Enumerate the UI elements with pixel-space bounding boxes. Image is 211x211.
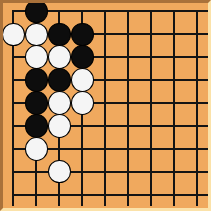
- intersection[interactable]: [2, 137, 25, 160]
- intersection[interactable]: [25, 0, 48, 23]
- intersection[interactable]: [25, 23, 48, 46]
- intersection[interactable]: [48, 114, 71, 137]
- intersection[interactable]: [48, 160, 71, 183]
- intersection[interactable]: [71, 46, 94, 69]
- intersection[interactable]: [71, 183, 94, 206]
- intersection[interactable]: [116, 69, 139, 92]
- intersection[interactable]: [162, 137, 185, 160]
- intersection[interactable]: [71, 114, 94, 137]
- white-stone: [25, 45, 48, 69]
- intersection[interactable]: [139, 69, 162, 92]
- intersection[interactable]: [94, 0, 117, 23]
- intersection[interactable]: [94, 46, 117, 69]
- intersection[interactable]: [48, 23, 71, 46]
- white-stone: [71, 91, 94, 115]
- intersection[interactable]: [162, 46, 185, 69]
- intersection[interactable]: [25, 69, 48, 92]
- intersection[interactable]: [94, 69, 117, 92]
- white-stone: [71, 68, 94, 92]
- intersection[interactable]: [139, 23, 162, 46]
- intersection[interactable]: [94, 183, 117, 206]
- intersection[interactable]: [94, 160, 117, 183]
- intersection[interactable]: [25, 114, 48, 137]
- black-stone: [25, 91, 48, 115]
- intersection[interactable]: [116, 160, 139, 183]
- intersection[interactable]: [139, 0, 162, 23]
- intersection[interactable]: [2, 92, 25, 115]
- intersection[interactable]: [139, 46, 162, 69]
- intersection[interactable]: [48, 92, 71, 115]
- white-stone: [48, 114, 71, 138]
- intersection[interactable]: [185, 69, 208, 92]
- white-stone: [48, 91, 71, 115]
- intersection[interactable]: [185, 92, 208, 115]
- intersection[interactable]: [48, 137, 71, 160]
- intersection[interactable]: [48, 183, 71, 206]
- intersection[interactable]: [2, 0, 25, 23]
- intersection[interactable]: [25, 137, 48, 160]
- white-stone: [25, 137, 48, 161]
- intersection[interactable]: [185, 23, 208, 46]
- intersection[interactable]: [185, 137, 208, 160]
- intersection[interactable]: [139, 183, 162, 206]
- intersection[interactable]: [185, 0, 208, 23]
- intersection[interactable]: [162, 114, 185, 137]
- intersection[interactable]: [139, 137, 162, 160]
- intersection[interactable]: [162, 160, 185, 183]
- intersection[interactable]: [71, 92, 94, 115]
- white-stone: [48, 45, 71, 69]
- white-stone: [2, 23, 25, 47]
- intersection[interactable]: [139, 114, 162, 137]
- intersection[interactable]: [2, 46, 25, 69]
- intersection[interactable]: [139, 92, 162, 115]
- intersection[interactable]: [48, 0, 71, 23]
- intersection[interactable]: [185, 46, 208, 69]
- intersection[interactable]: [116, 23, 139, 46]
- intersection[interactable]: [116, 46, 139, 69]
- intersection[interactable]: [162, 23, 185, 46]
- intersection[interactable]: [94, 92, 117, 115]
- intersection[interactable]: [139, 160, 162, 183]
- black-stone: [71, 23, 94, 47]
- go-diagram: [0, 0, 211, 211]
- intersection[interactable]: [25, 92, 48, 115]
- intersection[interactable]: [25, 46, 48, 69]
- intersection[interactable]: [48, 69, 71, 92]
- intersection[interactable]: [162, 92, 185, 115]
- intersection[interactable]: [2, 69, 25, 92]
- intersection[interactable]: [185, 183, 208, 206]
- intersection[interactable]: [71, 160, 94, 183]
- white-stone: [25, 23, 48, 47]
- intersection[interactable]: [116, 183, 139, 206]
- intersection[interactable]: [2, 114, 25, 137]
- intersection[interactable]: [162, 183, 185, 206]
- intersection[interactable]: [2, 183, 25, 206]
- intersection[interactable]: [116, 92, 139, 115]
- intersection[interactable]: [2, 23, 25, 46]
- go-board: [2, 0, 208, 206]
- intersection[interactable]: [25, 183, 48, 206]
- intersection[interactable]: [116, 114, 139, 137]
- intersection[interactable]: [185, 114, 208, 137]
- black-stone: [48, 68, 71, 92]
- go-board-frame: [0, 0, 211, 211]
- white-stone: [48, 160, 71, 184]
- intersection[interactable]: [162, 0, 185, 23]
- intersection[interactable]: [48, 46, 71, 69]
- black-stone: [25, 68, 48, 92]
- intersection[interactable]: [2, 160, 25, 183]
- black-stone: [25, 114, 48, 138]
- intersection[interactable]: [71, 137, 94, 160]
- intersection[interactable]: [71, 0, 94, 23]
- black-stone: [25, 0, 48, 23]
- intersection[interactable]: [94, 137, 117, 160]
- intersection[interactable]: [25, 160, 48, 183]
- intersection[interactable]: [71, 23, 94, 46]
- intersection[interactable]: [162, 69, 185, 92]
- intersection[interactable]: [185, 160, 208, 183]
- black-stone: [71, 45, 94, 69]
- intersection[interactable]: [94, 114, 117, 137]
- intersection[interactable]: [116, 137, 139, 160]
- intersection[interactable]: [116, 0, 139, 23]
- intersection[interactable]: [94, 23, 117, 46]
- black-stone: [48, 23, 71, 47]
- intersection[interactable]: [71, 69, 94, 92]
